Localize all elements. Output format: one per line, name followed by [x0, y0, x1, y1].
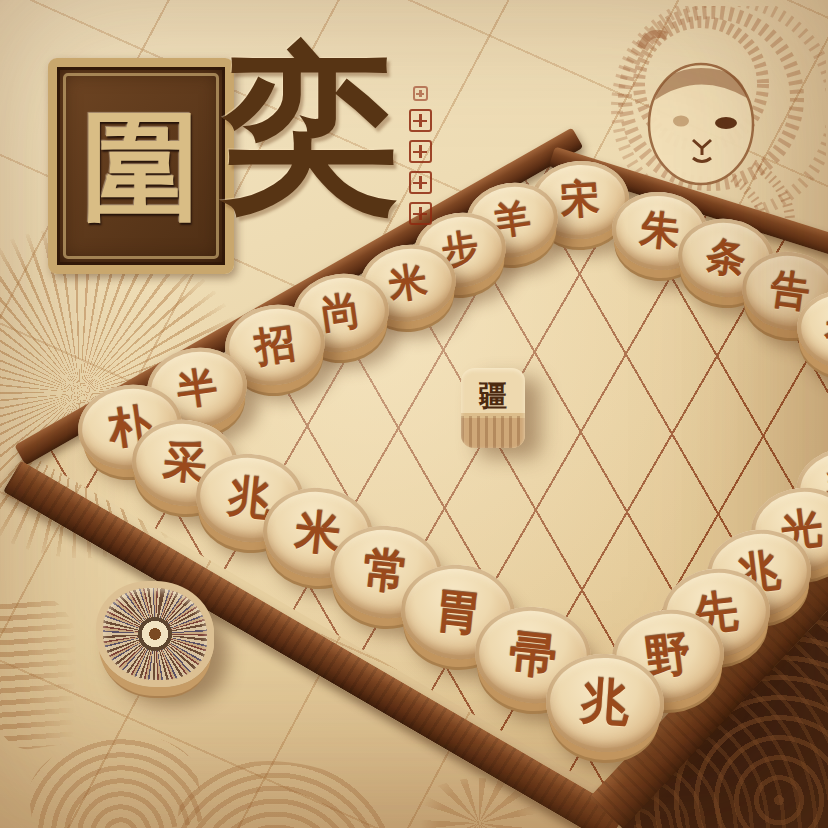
cube-engraving: 疆 [479, 377, 507, 415]
piece-engraving: 胃 [431, 578, 484, 646]
piece-engraving: 招 [251, 315, 298, 375]
piece-engraving: 希 [822, 301, 828, 360]
piece-engraving: 宋 [559, 172, 602, 229]
piece-engraving: 米 [386, 255, 431, 311]
piece-engraving: 尚 [318, 284, 364, 343]
cube-piece[interactable]: 疆 [461, 368, 525, 448]
piece-engraving: 条 [703, 229, 749, 288]
piece-engraving: 兆 [578, 668, 631, 737]
piece-engraving: 半 [173, 358, 220, 418]
piece-engraving: 朱 [638, 202, 682, 260]
eye-piece[interactable] [96, 581, 214, 687]
poster-scene: 朴半招尚米步羊宋朱条告希采兆米常胃帚兆野先兆光采疆 圍 奕 [0, 0, 828, 828]
